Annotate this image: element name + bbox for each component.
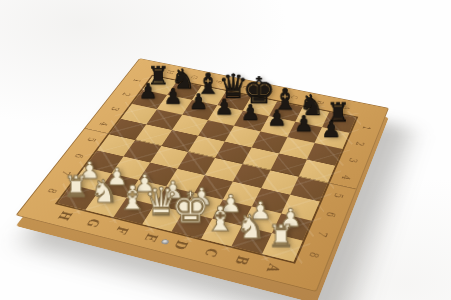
black-pawn: ♟: [266, 107, 286, 129]
chess-board: ♜♞♝♛♚♝♞♜♟♟♟♟♟♟♟♟♟♟♟♟♟♟♟♟♜♞♝♛♚♝♞♜ HGFEDCB…: [16, 58, 389, 292]
white-rook: ♜: [63, 172, 89, 200]
white-king: ♚: [171, 187, 209, 230]
black-pawn: ♟: [163, 86, 182, 108]
black-pawn: ♟: [240, 102, 260, 124]
white-knight: ♞: [235, 211, 265, 244]
white-bishop: ♝: [117, 182, 147, 215]
rank-label: 7: [302, 221, 341, 248]
photo-background: ♜♞♝♛♚♝♞♜♟♟♟♟♟♟♟♟♟♟♟♟♟♟♟♟♜♞♝♛♚♝♞♜ HGFEDCB…: [0, 0, 451, 300]
white-knight: ♞: [89, 176, 118, 208]
black-pawn: ♟: [214, 97, 234, 119]
black-pawn: ♟: [293, 113, 313, 135]
white-bishop: ♝: [204, 202, 235, 236]
white-rook: ♜: [267, 221, 294, 251]
black-pawn: ♟: [321, 119, 341, 142]
rank-label: 6: [311, 202, 349, 228]
black-pawn: ♟: [188, 91, 207, 113]
